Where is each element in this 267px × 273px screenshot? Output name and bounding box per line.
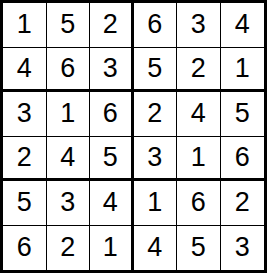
sudoku-cell-r2c5: 2 [177,48,221,93]
sudoku-cell-r4c1: 2 [3,137,47,182]
sudoku-cell-r2c1: 4 [3,48,47,93]
sudoku-cell-r4c4: 3 [134,137,178,182]
sudoku-cell-r2c6: 1 [221,48,265,93]
sudoku-page: 152634463521316245245316534162621453 [0,0,267,273]
sudoku-cell-r3c5: 4 [177,92,221,137]
sudoku-cell-r1c3: 2 [90,3,134,48]
sudoku-cell-r5c1: 5 [3,181,47,226]
sudoku-cell-r2c3: 3 [90,48,134,93]
sudoku-cell-r5c5: 6 [177,181,221,226]
sudoku-cell-r6c5: 5 [177,226,221,271]
sudoku-board: 152634463521316245245316534162621453 [0,0,267,273]
sudoku-cell-r6c4: 4 [134,226,178,271]
sudoku-cell-r5c6: 2 [221,181,265,226]
sudoku-cell-r5c2: 3 [47,181,91,226]
sudoku-cell-r4c2: 4 [47,137,91,182]
sudoku-cell-r6c1: 6 [3,226,47,271]
sudoku-cell-r5c4: 1 [134,181,178,226]
sudoku-cell-r3c4: 2 [134,92,178,137]
sudoku-cell-r3c3: 6 [90,92,134,137]
sudoku-cell-r1c4: 6 [134,3,178,48]
sudoku-cell-r1c1: 1 [3,3,47,48]
sudoku-cell-r6c3: 1 [90,226,134,271]
sudoku-cell-r6c2: 2 [47,226,91,271]
sudoku-cell-r1c6: 4 [221,3,265,48]
sudoku-cell-r3c1: 3 [3,92,47,137]
sudoku-cell-r1c5: 3 [177,3,221,48]
sudoku-cell-r4c6: 6 [221,137,265,182]
sudoku-cell-r5c3: 4 [90,181,134,226]
sudoku-cell-r2c2: 6 [47,48,91,93]
sudoku-cell-r4c5: 1 [177,137,221,182]
sudoku-cell-r3c6: 5 [221,92,265,137]
sudoku-cell-r1c2: 5 [47,3,91,48]
sudoku-cell-r4c3: 5 [90,137,134,182]
sudoku-cell-r2c4: 5 [134,48,178,93]
sudoku-cell-r6c6: 3 [221,226,265,271]
sudoku-cell-r3c2: 1 [47,92,91,137]
